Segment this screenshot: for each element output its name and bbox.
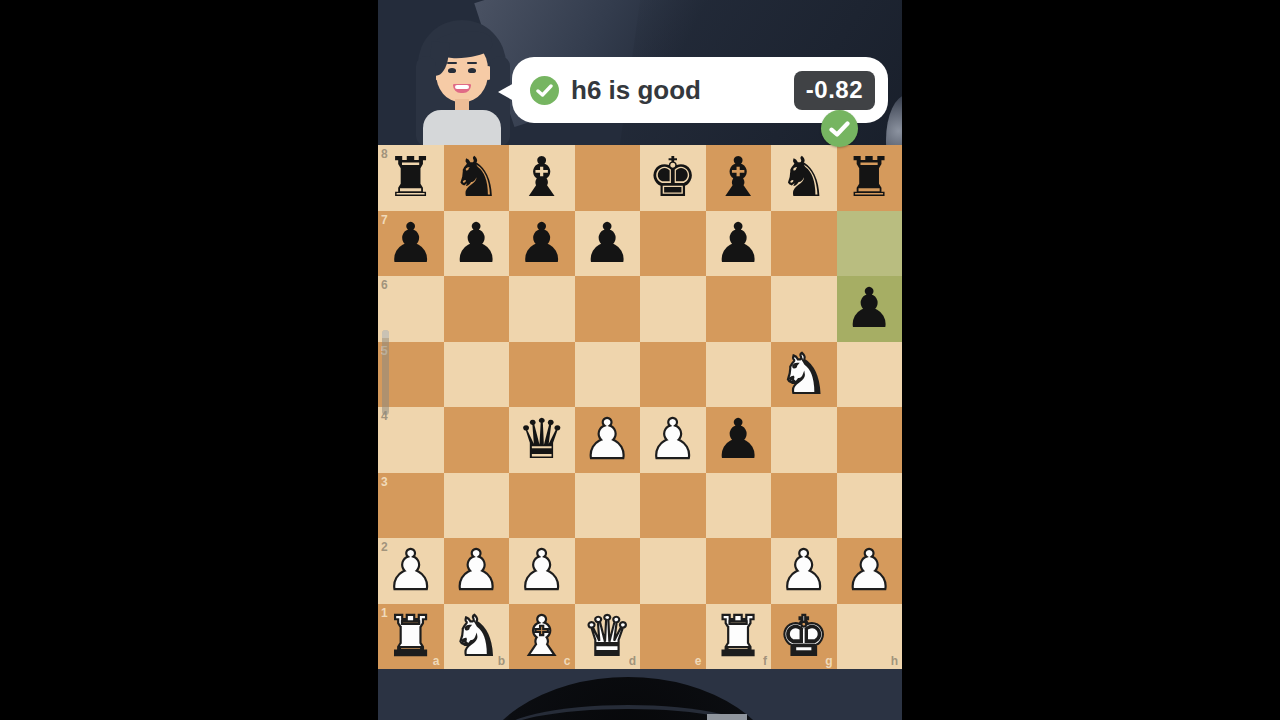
white-queen-d1[interactable]: ♛ xyxy=(575,604,641,670)
black-knight-g8[interactable]: ♞ xyxy=(771,145,837,211)
square-g2[interactable]: ♟ xyxy=(771,538,837,604)
square-c2[interactable]: ♟ xyxy=(509,538,575,604)
square-h3[interactable] xyxy=(837,473,903,539)
white-rook-a1[interactable]: ♜ xyxy=(378,604,444,670)
square-h5[interactable] xyxy=(837,342,903,408)
avatar-brow xyxy=(447,62,457,64)
side-slider[interactable] xyxy=(382,330,389,415)
square-a1[interactable]: 1a♜ xyxy=(378,604,444,670)
black-knight-b8[interactable]: ♞ xyxy=(444,145,510,211)
square-h6[interactable]: ♟ xyxy=(837,276,903,342)
square-f3[interactable] xyxy=(706,473,772,539)
white-pawn-c2[interactable]: ♟ xyxy=(509,538,575,604)
square-a3[interactable]: 3 xyxy=(378,473,444,539)
square-c7[interactable]: ♟ xyxy=(509,211,575,277)
file-label-h: h xyxy=(891,654,898,668)
white-bishop-c1[interactable]: ♝ xyxy=(509,604,575,670)
black-pawn-f4[interactable]: ♟ xyxy=(706,407,772,473)
piece-base-notch xyxy=(707,714,747,720)
square-e6[interactable] xyxy=(640,276,706,342)
black-rook-a8[interactable]: ♜ xyxy=(378,145,444,211)
black-bishop-c8[interactable]: ♝ xyxy=(509,145,575,211)
square-c1[interactable]: c♝ xyxy=(509,604,575,670)
square-f2[interactable] xyxy=(706,538,772,604)
avatar-eye xyxy=(448,68,456,73)
black-bishop-f8[interactable]: ♝ xyxy=(706,145,772,211)
square-b1[interactable]: b♞ xyxy=(444,604,510,670)
square-h8[interactable]: ♜ xyxy=(837,145,903,211)
avatar-shoulders xyxy=(423,110,501,145)
square-d2[interactable] xyxy=(575,538,641,604)
black-king-e8[interactable]: ♚ xyxy=(640,145,706,211)
black-queen-c4[interactable]: ♛ xyxy=(509,407,575,473)
white-pawn-d4[interactable]: ♟ xyxy=(575,407,641,473)
square-a7[interactable]: 7♟ xyxy=(378,211,444,277)
coach-avatar xyxy=(406,4,518,145)
square-f5[interactable] xyxy=(706,342,772,408)
square-b5[interactable] xyxy=(444,342,510,408)
square-b6[interactable] xyxy=(444,276,510,342)
black-pawn-d7[interactable]: ♟ xyxy=(575,211,641,277)
square-d6[interactable] xyxy=(575,276,641,342)
square-f1[interactable]: f♜ xyxy=(706,604,772,670)
square-b8[interactable]: ♞ xyxy=(444,145,510,211)
square-b7[interactable]: ♟ xyxy=(444,211,510,277)
square-g3[interactable] xyxy=(771,473,837,539)
square-g6[interactable] xyxy=(771,276,837,342)
square-b4[interactable] xyxy=(444,407,510,473)
square-c5[interactable] xyxy=(509,342,575,408)
avatar-eye xyxy=(468,68,476,73)
square-h4[interactable] xyxy=(837,407,903,473)
square-b3[interactable] xyxy=(444,473,510,539)
square-g5[interactable]: ♞ xyxy=(771,342,837,408)
coach-message: h6 is good xyxy=(571,75,794,106)
square-b2[interactable]: ♟ xyxy=(444,538,510,604)
white-rook-f1[interactable]: ♜ xyxy=(706,604,772,670)
square-g8[interactable]: ♞ xyxy=(771,145,837,211)
square-d8[interactable] xyxy=(575,145,641,211)
rank-label-6: 6 xyxy=(381,278,388,292)
speech-bubble-tail xyxy=(498,83,514,101)
square-d5[interactable] xyxy=(575,342,641,408)
white-pawn-e4[interactable]: ♟ xyxy=(640,407,706,473)
square-f7[interactable]: ♟ xyxy=(706,211,772,277)
white-pawn-h2[interactable]: ♟ xyxy=(837,538,903,604)
square-e1[interactable]: e xyxy=(640,604,706,670)
square-f4[interactable]: ♟ xyxy=(706,407,772,473)
square-c8[interactable]: ♝ xyxy=(509,145,575,211)
evaluation-badge: -0.82 xyxy=(794,71,875,110)
square-f8[interactable]: ♝ xyxy=(706,145,772,211)
black-pawn-c7[interactable]: ♟ xyxy=(509,211,575,277)
black-pawn-f7[interactable]: ♟ xyxy=(706,211,772,277)
black-pawn-a7[interactable]: ♟ xyxy=(378,211,444,277)
white-knight-g5[interactable]: ♞ xyxy=(771,342,837,408)
good-move-check-icon xyxy=(530,76,559,105)
square-e7[interactable] xyxy=(640,211,706,277)
square-e8[interactable]: ♚ xyxy=(640,145,706,211)
square-c3[interactable] xyxy=(509,473,575,539)
square-h2[interactable]: ♟ xyxy=(837,538,903,604)
square-e2[interactable] xyxy=(640,538,706,604)
square-d7[interactable]: ♟ xyxy=(575,211,641,277)
chess-board[interactable]: 8♜♞♝♚♝♞♜7♟♟♟♟♟6♟5♞4♛♟♟♟32♟♟♟♟♟1a♜b♞c♝d♛e… xyxy=(378,145,902,669)
black-pawn-h6[interactable]: ♟ xyxy=(837,276,903,342)
square-a8[interactable]: 8♜ xyxy=(378,145,444,211)
rank-label-3: 3 xyxy=(381,475,388,489)
square-c6[interactable] xyxy=(509,276,575,342)
square-a4[interactable]: 4 xyxy=(378,407,444,473)
bottom-backdrop xyxy=(378,669,902,720)
white-pawn-g2[interactable]: ♟ xyxy=(771,538,837,604)
square-f6[interactable] xyxy=(706,276,772,342)
white-pawn-b2[interactable]: ♟ xyxy=(444,538,510,604)
square-g4[interactable] xyxy=(771,407,837,473)
square-c4[interactable]: ♛ xyxy=(509,407,575,473)
square-h7[interactable] xyxy=(837,211,903,277)
square-e5[interactable] xyxy=(640,342,706,408)
square-e3[interactable] xyxy=(640,473,706,539)
square-h1[interactable]: h xyxy=(837,604,903,670)
avatar-brow xyxy=(467,62,477,64)
square-d1[interactable]: d♛ xyxy=(575,604,641,670)
square-d3[interactable] xyxy=(575,473,641,539)
file-label-e: e xyxy=(695,654,702,668)
black-rook-h8[interactable]: ♜ xyxy=(837,145,903,211)
square-d4[interactable]: ♟ xyxy=(575,407,641,473)
white-knight-b1[interactable]: ♞ xyxy=(444,604,510,670)
square-g7[interactable] xyxy=(771,211,837,277)
move-approved-check-icon xyxy=(821,110,858,147)
app-stage: h6 is good -0.82 8♜♞♝♚♝♞♜7♟♟♟♟♟6♟5♞4♛♟♟♟… xyxy=(378,0,902,720)
square-e4[interactable]: ♟ xyxy=(640,407,706,473)
square-g1[interactable]: g♚ xyxy=(771,604,837,670)
white-king-g1[interactable]: ♚ xyxy=(771,604,837,670)
square-a2[interactable]: 2♟ xyxy=(378,538,444,604)
black-pawn-b7[interactable]: ♟ xyxy=(444,211,510,277)
white-pawn-a2[interactable]: ♟ xyxy=(378,538,444,604)
